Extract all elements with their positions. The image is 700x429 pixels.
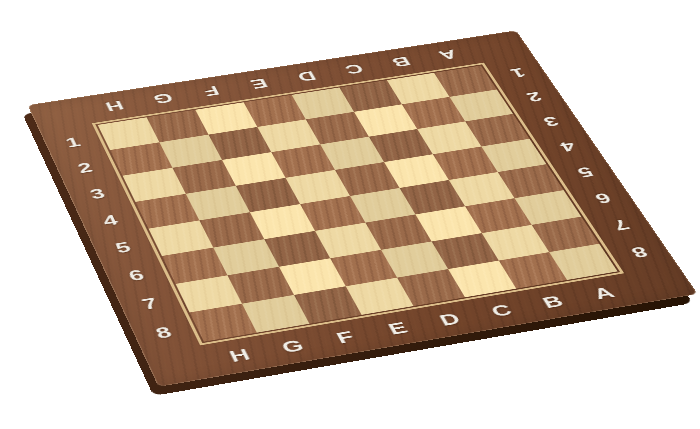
photo-background: HH11GG22FF33EE44DD55CC66BB77AA88 [0,0,700,429]
